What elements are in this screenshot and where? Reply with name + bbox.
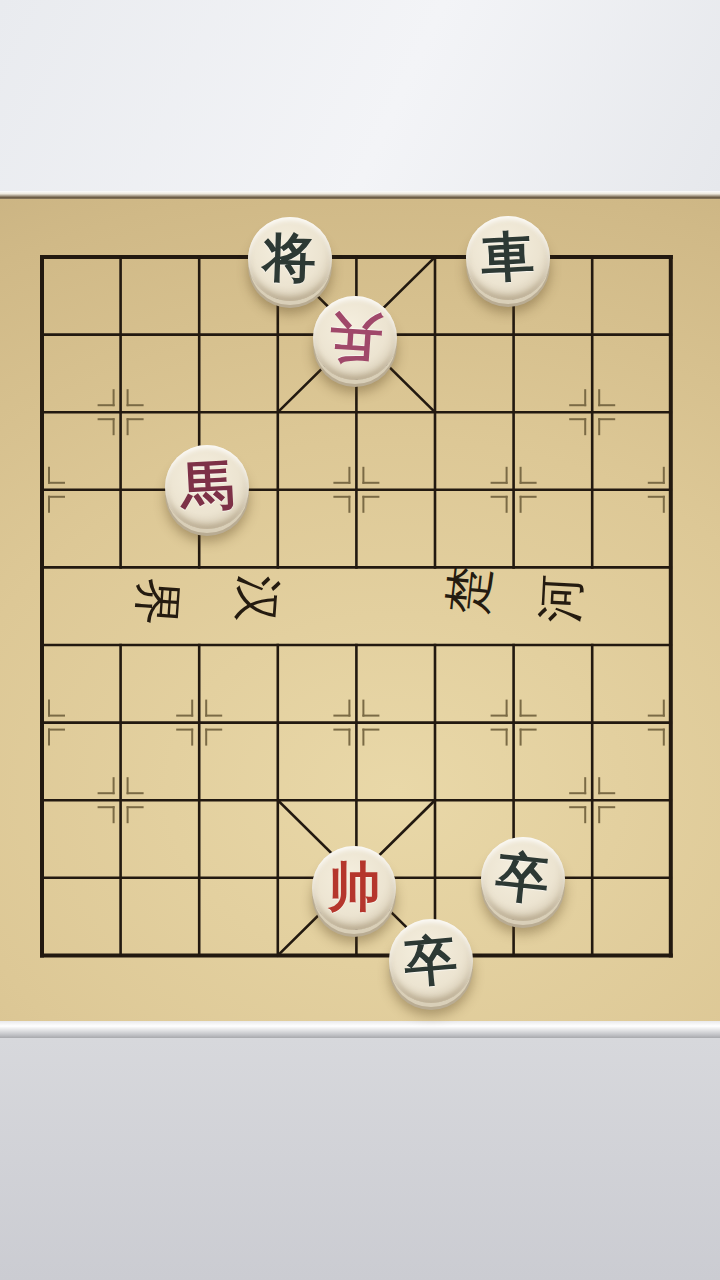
piece-glyph: 帅 xyxy=(328,861,381,914)
river-label-char: 河 xyxy=(536,574,586,624)
piece-glyph: 卒 xyxy=(402,933,459,990)
piece-black-soldier-1[interactable]: 卒 xyxy=(481,837,565,921)
piece-red-general[interactable]: 帅 xyxy=(312,846,396,930)
piece-black-soldier-2[interactable]: 卒 xyxy=(389,919,473,1003)
piece-black-chariot[interactable]: 車 xyxy=(466,216,550,300)
table-surface xyxy=(0,1038,720,1280)
piece-glyph: 卒 xyxy=(493,850,551,908)
piece-glyph: 馬 xyxy=(179,459,235,515)
piece-red-horse[interactable]: 馬 xyxy=(165,445,249,529)
river-label-char: 界 xyxy=(131,576,182,627)
river-label-char: 汉 xyxy=(231,573,282,624)
background-wall xyxy=(0,0,720,191)
piece-glyph: 車 xyxy=(480,230,536,286)
piece-black-general[interactable]: 将 xyxy=(248,217,332,301)
piece-glyph: 将 xyxy=(262,232,317,287)
board-frame-top-edge xyxy=(0,191,720,199)
piece-glyph: 兵 xyxy=(327,309,384,366)
xiangqi-board: 将車兵馬帅卒卒 xyxy=(3,218,710,994)
piece-red-soldier[interactable]: 兵 xyxy=(313,296,397,380)
river-label-char: 楚 xyxy=(443,564,496,617)
board-frame-bottom-edge xyxy=(0,1021,720,1038)
